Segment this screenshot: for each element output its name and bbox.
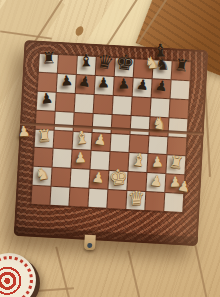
piece-black-rook[interactable]: ♜ — [173, 57, 189, 75]
square-b2[interactable] — [51, 168, 70, 187]
piece-white-knight[interactable]: ♞ — [34, 165, 51, 183]
square-g2[interactable]: ♟ — [147, 173, 166, 192]
piece-black-bishop[interactable]: ♝ — [78, 52, 94, 70]
plank-seam — [127, 250, 140, 297]
square-f6[interactable] — [132, 97, 151, 116]
square-a7[interactable] — [38, 73, 57, 92]
square-d2[interactable]: ♟ — [89, 170, 108, 189]
border-piece-white-pawn[interactable]: ♟ — [177, 178, 192, 194]
square-c4[interactable]: ♝ — [72, 131, 91, 150]
square-d7[interactable]: ♟ — [94, 76, 113, 95]
square-e4[interactable] — [110, 133, 130, 152]
square-b7[interactable]: ♟ — [57, 74, 76, 93]
piece-white-rook[interactable]: ♜ — [168, 153, 185, 171]
square-h3[interactable]: ♜ — [166, 156, 185, 175]
square-c6[interactable] — [74, 94, 93, 113]
wood-knot — [74, 25, 85, 37]
piece-black-pawn[interactable]: ♟ — [154, 78, 169, 94]
piece-black-rook[interactable]: ♜ — [41, 51, 56, 67]
square-a6[interactable]: ♟ — [37, 92, 56, 111]
piece-white-knight[interactable]: ♞ — [151, 115, 168, 133]
square-b3[interactable] — [52, 149, 71, 168]
square-e6[interactable] — [112, 96, 132, 115]
square-g1[interactable] — [146, 192, 165, 211]
border-piece-white-knight[interactable]: ♞ — [144, 54, 160, 72]
square-c2[interactable] — [70, 169, 89, 188]
piece-black-pawn[interactable]: ♟ — [98, 76, 111, 90]
border-piece-white-pawn[interactable]: ♟ — [17, 124, 31, 139]
piece-white-king[interactable]: ♚ — [108, 167, 128, 189]
piece-black-pawn[interactable]: ♟ — [78, 74, 93, 90]
square-c7[interactable]: ♟ — [76, 75, 95, 94]
square-d6[interactable] — [93, 95, 112, 114]
square-b8[interactable] — [58, 55, 77, 74]
square-c1[interactable] — [69, 188, 88, 207]
square-b4[interactable] — [53, 130, 72, 149]
square-e8[interactable]: ♚ — [114, 58, 134, 77]
piece-black-pawn[interactable]: ♟ — [59, 73, 73, 88]
square-h1[interactable] — [164, 193, 183, 212]
piece-white-pawn[interactable]: ♟ — [149, 173, 163, 188]
latch-pin — [87, 243, 92, 248]
square-f3[interactable]: ♝ — [129, 153, 148, 172]
piece-white-rook[interactable]: ♜ — [37, 128, 52, 145]
square-e1[interactable] — [107, 190, 127, 209]
square-a4[interactable]: ♜ — [35, 129, 54, 148]
square-e2[interactable]: ♚ — [108, 171, 128, 190]
piece-white-bishop[interactable]: ♝ — [130, 151, 148, 170]
square-d8[interactable]: ♛ — [95, 57, 114, 76]
square-f1[interactable]: ♛ — [127, 191, 146, 210]
piece-black-pawn[interactable]: ♟ — [39, 91, 53, 106]
square-h6[interactable] — [170, 99, 189, 118]
square-a8[interactable]: ♜ — [39, 54, 58, 73]
piece-white-pawn[interactable]: ♟ — [92, 169, 106, 184]
folk-plate-pattern — [0, 256, 33, 297]
square-h8[interactable]: ♜ — [172, 61, 191, 80]
square-d4[interactable]: ♟ — [91, 132, 110, 151]
piece-black-pawn[interactable]: ♟ — [117, 77, 130, 91]
square-g3[interactable]: ♟ — [148, 154, 167, 173]
square-a2[interactable]: ♞ — [33, 167, 52, 186]
chess-board: ♜♝♛♚♞♜♟♟♟♟♟♟♟♞♜♝♟♟♝♟♜♞♟♚♟♟♛ ♝♞♟♟ — [14, 40, 209, 246]
square-g7[interactable]: ♟ — [152, 79, 171, 98]
piece-black-queen[interactable]: ♛ — [95, 51, 115, 73]
piece-white-pawn[interactable]: ♟ — [74, 150, 87, 164]
square-d1[interactable] — [88, 189, 107, 208]
square-d3[interactable] — [90, 151, 109, 170]
square-h7[interactable] — [171, 80, 190, 99]
clasp-latch — [84, 235, 96, 251]
square-g4[interactable] — [149, 136, 168, 155]
piece-white-pawn[interactable]: ♟ — [151, 154, 164, 168]
piece-white-queen[interactable]: ♛ — [128, 188, 145, 207]
piece-black-pawn[interactable]: ♟ — [135, 77, 149, 92]
piece-white-bishop[interactable]: ♝ — [74, 129, 91, 147]
square-b6[interactable] — [56, 93, 75, 112]
square-c3[interactable]: ♟ — [71, 150, 90, 169]
square-f7[interactable]: ♟ — [133, 78, 152, 97]
scene: ♜♝♛♚♞♜♟♟♟♟♟♟♟♞♜♝♟♟♝♟♜♞♟♚♟♟♛ ♝♞♟♟ — [0, 0, 220, 297]
square-b1[interactable] — [50, 187, 69, 206]
piece-white-pawn[interactable]: ♟ — [94, 132, 108, 148]
square-a1[interactable] — [31, 186, 50, 205]
plank-seam — [194, 243, 208, 297]
piece-black-king[interactable]: ♚ — [114, 51, 135, 74]
square-e7[interactable]: ♟ — [113, 77, 133, 96]
